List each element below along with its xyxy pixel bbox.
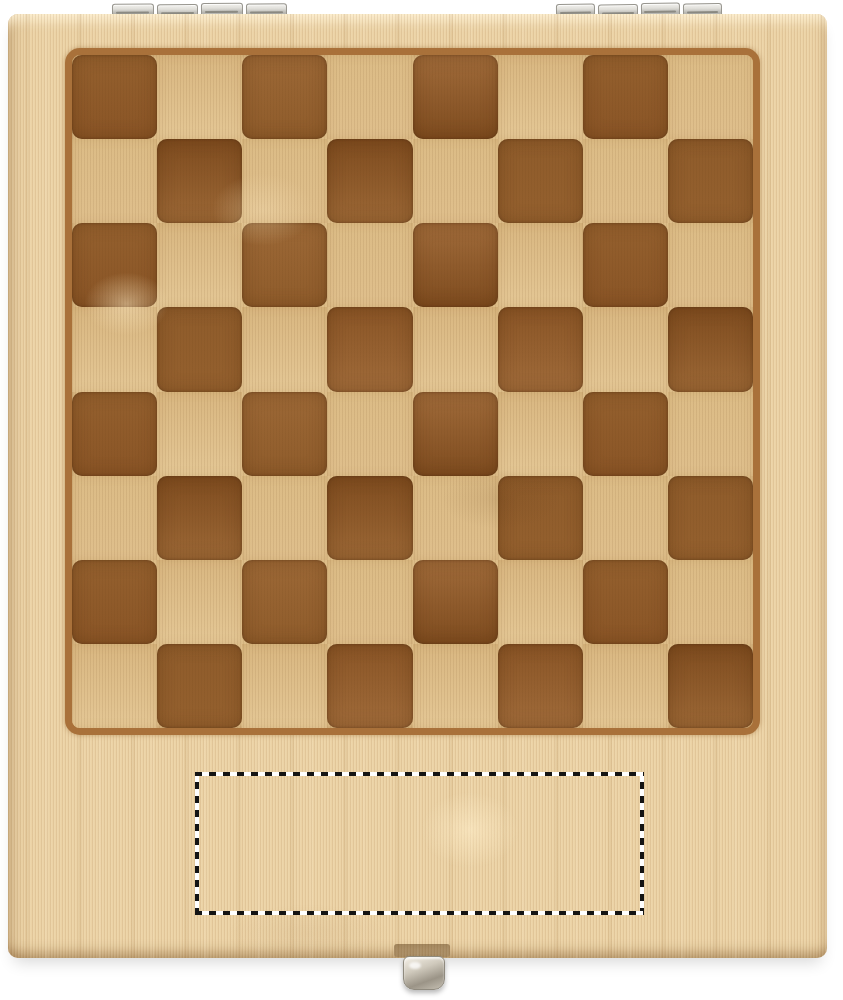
board-square (498, 392, 583, 476)
board-square (583, 55, 668, 139)
board-square (668, 392, 753, 476)
board-square (413, 55, 498, 139)
board-square (72, 392, 157, 476)
board-square (668, 644, 753, 728)
board-square (327, 223, 412, 307)
board-square (668, 55, 753, 139)
board-square (413, 392, 498, 476)
board-square (668, 139, 753, 223)
board-square (583, 223, 668, 307)
board-square (327, 139, 412, 223)
board-square (242, 307, 327, 391)
board-square (668, 560, 753, 644)
print-area-marker (195, 772, 644, 915)
board-square (668, 307, 753, 391)
board-square (242, 139, 327, 223)
board-square (72, 560, 157, 644)
chess-board (65, 48, 760, 735)
board-square (583, 644, 668, 728)
product-photo-chess-box (0, 0, 843, 1000)
board-square (157, 139, 242, 223)
board-square (583, 307, 668, 391)
board-square (72, 139, 157, 223)
board-square (72, 476, 157, 560)
board-square (498, 55, 583, 139)
board-square (157, 223, 242, 307)
board-square (72, 223, 157, 307)
board-square (157, 644, 242, 728)
board-square (157, 392, 242, 476)
board-square (327, 560, 412, 644)
board-square (242, 55, 327, 139)
board-square (498, 139, 583, 223)
board-square (327, 392, 412, 476)
board-square (498, 307, 583, 391)
board-square (413, 139, 498, 223)
board-square (668, 476, 753, 560)
board-square (242, 392, 327, 476)
board-square (413, 560, 498, 644)
board-square (242, 560, 327, 644)
board-square (583, 560, 668, 644)
board-square (668, 223, 753, 307)
board-square (327, 307, 412, 391)
board-square (242, 476, 327, 560)
board-square (498, 223, 583, 307)
board-square (413, 476, 498, 560)
board-square (157, 560, 242, 644)
board-square (413, 644, 498, 728)
board-square (583, 392, 668, 476)
board-square (72, 55, 157, 139)
board-square (72, 307, 157, 391)
board-square (72, 644, 157, 728)
board-square (498, 476, 583, 560)
board-square (413, 223, 498, 307)
clasp-pin-icon (403, 956, 445, 990)
board-square (583, 476, 668, 560)
board-square (498, 560, 583, 644)
board-square (327, 644, 412, 728)
board-square (498, 644, 583, 728)
board-square (157, 55, 242, 139)
board-square (242, 644, 327, 728)
board-square (157, 307, 242, 391)
board-square (157, 476, 242, 560)
board-square (327, 476, 412, 560)
board-square (327, 55, 412, 139)
board-square (242, 223, 327, 307)
board-square (413, 307, 498, 391)
board-square (583, 139, 668, 223)
